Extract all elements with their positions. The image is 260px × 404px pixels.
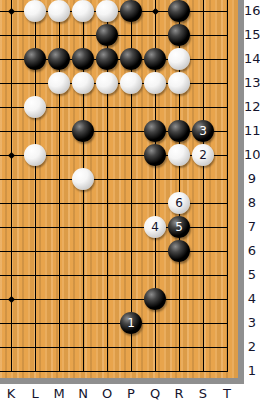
column-label: K xyxy=(0,385,22,403)
board-intersection[interactable] xyxy=(144,360,168,384)
black-stone xyxy=(168,24,190,46)
board-intersection[interactable] xyxy=(216,240,240,264)
board-intersection[interactable] xyxy=(192,240,216,264)
board-intersection[interactable] xyxy=(0,240,24,264)
white-stone xyxy=(24,144,46,166)
black-stone: 5 xyxy=(168,216,190,238)
board-intersection[interactable] xyxy=(0,312,24,336)
row-label: 11 xyxy=(244,119,260,143)
board-intersection[interactable] xyxy=(192,336,216,360)
board-intersection[interactable] xyxy=(216,216,240,240)
black-stone xyxy=(144,120,166,142)
black-stone xyxy=(72,48,94,70)
board-intersection[interactable] xyxy=(72,360,96,384)
board-intersection[interactable] xyxy=(216,168,240,192)
board-intersection[interactable] xyxy=(0,72,24,96)
move-number-label: 3 xyxy=(199,120,207,142)
board-intersection[interactable] xyxy=(216,192,240,216)
board-intersection[interactable] xyxy=(96,192,120,216)
column-labels: KLMNOPQRST xyxy=(0,385,244,404)
board-intersection[interactable] xyxy=(192,288,216,312)
board-intersection[interactable] xyxy=(144,240,168,264)
white-stone xyxy=(48,0,70,22)
white-stone xyxy=(96,72,118,94)
board-intersection[interactable] xyxy=(24,312,48,336)
row-label: 1 xyxy=(244,359,260,383)
move-number-label: 1 xyxy=(127,312,135,334)
white-stone xyxy=(72,0,94,22)
board-intersection[interactable] xyxy=(24,288,48,312)
board-intersection[interactable] xyxy=(192,192,216,216)
board-intersection[interactable] xyxy=(48,96,72,120)
board-intersection[interactable] xyxy=(72,336,96,360)
column-label: P xyxy=(120,385,142,403)
board-intersection[interactable] xyxy=(120,24,144,48)
board-intersection[interactable] xyxy=(0,24,24,48)
white-stone xyxy=(48,72,70,94)
black-stone xyxy=(96,48,118,70)
white-stone: 2 xyxy=(192,144,214,166)
board-intersection[interactable] xyxy=(216,264,240,288)
board-intersection[interactable] xyxy=(120,168,144,192)
black-stone: 1 xyxy=(120,312,142,334)
board-intersection[interactable] xyxy=(24,192,48,216)
board-intersection[interactable] xyxy=(144,264,168,288)
board-intersection[interactable] xyxy=(216,312,240,336)
row-label: 13 xyxy=(244,71,260,95)
move-number-label: 6 xyxy=(175,192,183,214)
board-intersection[interactable] xyxy=(144,96,168,120)
board-intersection[interactable] xyxy=(216,336,240,360)
board-intersection[interactable] xyxy=(192,168,216,192)
row-labels: 16151413121110987654321 xyxy=(244,0,260,404)
black-stone xyxy=(144,288,166,310)
board-intersection[interactable] xyxy=(120,360,144,384)
board-intersection[interactable] xyxy=(120,192,144,216)
board-intersection[interactable] xyxy=(120,264,144,288)
white-stone xyxy=(144,72,166,94)
board-intersection[interactable] xyxy=(48,168,72,192)
board-intersection[interactable] xyxy=(96,264,120,288)
board-intersection[interactable] xyxy=(216,120,240,144)
white-stone xyxy=(24,0,46,22)
board-intersection[interactable] xyxy=(48,192,72,216)
white-stone xyxy=(96,0,118,22)
move-number-label: 5 xyxy=(175,216,183,238)
board-intersection[interactable] xyxy=(216,288,240,312)
board-intersection[interactable] xyxy=(120,144,144,168)
board-intersection[interactable] xyxy=(96,144,120,168)
board-intersection[interactable] xyxy=(96,240,120,264)
board-intersection[interactable] xyxy=(96,312,120,336)
white-stone xyxy=(168,72,190,94)
board-intersection[interactable] xyxy=(72,288,96,312)
go-board: 326451 xyxy=(0,0,244,384)
board-intersection[interactable] xyxy=(0,48,24,72)
board-intersection[interactable] xyxy=(168,312,192,336)
black-stone xyxy=(120,0,142,22)
row-label: 3 xyxy=(244,311,260,335)
white-stone xyxy=(168,48,190,70)
board-intersection[interactable] xyxy=(48,288,72,312)
row-label: 15 xyxy=(244,23,260,47)
row-label: 16 xyxy=(244,0,260,23)
board-intersection[interactable] xyxy=(144,336,168,360)
board-intersection[interactable] xyxy=(168,264,192,288)
board-intersection[interactable] xyxy=(192,312,216,336)
board-intersection[interactable] xyxy=(144,24,168,48)
black-stone xyxy=(48,48,70,70)
white-stone xyxy=(72,72,94,94)
board-intersection[interactable] xyxy=(168,288,192,312)
board-intersection[interactable] xyxy=(24,168,48,192)
board-intersection[interactable] xyxy=(24,264,48,288)
board-intersection[interactable] xyxy=(72,144,96,168)
board-intersection[interactable] xyxy=(168,336,192,360)
board-intersection[interactable] xyxy=(120,336,144,360)
board-intersection[interactable] xyxy=(120,96,144,120)
board-intersection[interactable] xyxy=(24,240,48,264)
board-intersection[interactable] xyxy=(0,192,24,216)
column-label: M xyxy=(48,385,70,403)
board-intersection[interactable] xyxy=(48,240,72,264)
row-label: 8 xyxy=(244,191,260,215)
move-number-label: 2 xyxy=(199,144,207,166)
black-stone xyxy=(168,0,190,22)
column-label: L xyxy=(24,385,46,403)
board-intersection[interactable] xyxy=(24,336,48,360)
board-intersection[interactable] xyxy=(96,216,120,240)
board-intersection[interactable] xyxy=(0,264,24,288)
board-intersection[interactable] xyxy=(216,0,240,24)
board-intersection[interactable] xyxy=(216,48,240,72)
board-intersection[interactable] xyxy=(144,312,168,336)
black-stone: 3 xyxy=(192,120,214,142)
board-intersection[interactable] xyxy=(48,264,72,288)
board-intersection[interactable] xyxy=(144,168,168,192)
white-stone xyxy=(168,144,190,166)
row-label: 2 xyxy=(244,335,260,359)
board-intersection[interactable] xyxy=(0,336,24,360)
board-intersection[interactable] xyxy=(96,360,120,384)
board-intersection[interactable] xyxy=(48,24,72,48)
board-intersection[interactable] xyxy=(0,120,24,144)
column-label: T xyxy=(216,385,238,403)
move-number-label: 4 xyxy=(151,216,159,238)
row-label: 10 xyxy=(244,143,260,167)
column-label: R xyxy=(168,385,190,403)
row-label: 5 xyxy=(244,263,260,287)
board-intersection[interactable] xyxy=(192,72,216,96)
board-intersection[interactable] xyxy=(168,168,192,192)
board-intersection[interactable] xyxy=(96,336,120,360)
board-intersection[interactable] xyxy=(0,216,24,240)
board-intersection[interactable] xyxy=(144,192,168,216)
board-intersection[interactable] xyxy=(192,0,216,24)
board-intersection[interactable] xyxy=(192,96,216,120)
board-intersection[interactable] xyxy=(216,24,240,48)
board-intersection[interactable] xyxy=(48,360,72,384)
black-stone xyxy=(144,144,166,166)
black-stone xyxy=(24,48,46,70)
board-intersection[interactable] xyxy=(96,96,120,120)
white-stone xyxy=(120,72,142,94)
board-intersection[interactable] xyxy=(216,360,240,384)
board-intersection[interactable] xyxy=(120,120,144,144)
column-label: O xyxy=(96,385,118,403)
board-intersection[interactable] xyxy=(120,288,144,312)
row-label: 6 xyxy=(244,239,260,263)
board-intersection[interactable] xyxy=(120,216,144,240)
board-intersection[interactable] xyxy=(168,96,192,120)
board-intersection[interactable] xyxy=(24,360,48,384)
board-intersection[interactable] xyxy=(48,216,72,240)
row-label: 14 xyxy=(244,47,260,71)
black-stone xyxy=(168,120,190,142)
board-intersection[interactable] xyxy=(24,120,48,144)
column-label: N xyxy=(72,385,94,403)
column-label: Q xyxy=(144,385,166,403)
board-intersection[interactable] xyxy=(96,120,120,144)
board-intersection[interactable] xyxy=(192,216,216,240)
black-stone xyxy=(144,48,166,70)
board-intersection[interactable] xyxy=(192,24,216,48)
white-stone: 6 xyxy=(168,192,190,214)
board-intersection[interactable] xyxy=(72,264,96,288)
board-intersection[interactable] xyxy=(72,192,96,216)
board-intersection[interactable] xyxy=(48,312,72,336)
row-label: 4 xyxy=(244,287,260,311)
board-intersection[interactable] xyxy=(120,240,144,264)
board-intersection[interactable] xyxy=(72,216,96,240)
board-intersection[interactable] xyxy=(216,72,240,96)
board-intersection[interactable] xyxy=(48,336,72,360)
board-intersection[interactable] xyxy=(192,264,216,288)
row-label: 9 xyxy=(244,167,260,191)
board-intersection[interactable] xyxy=(96,168,120,192)
black-stone xyxy=(96,24,118,46)
board-intersection[interactable] xyxy=(96,288,120,312)
white-stone: 4 xyxy=(144,216,166,238)
board-intersection[interactable] xyxy=(192,48,216,72)
white-stone xyxy=(24,96,46,118)
row-label: 12 xyxy=(244,95,260,119)
board-intersection[interactable] xyxy=(192,360,216,384)
board-intersection[interactable] xyxy=(24,72,48,96)
board-intersection[interactable] xyxy=(168,360,192,384)
board-intersection[interactable] xyxy=(24,216,48,240)
board-intersection[interactable] xyxy=(24,24,48,48)
board-intersection[interactable] xyxy=(72,24,96,48)
white-stone xyxy=(72,168,94,190)
black-stone xyxy=(120,48,142,70)
board-intersection[interactable] xyxy=(216,144,240,168)
board-intersection[interactable] xyxy=(72,312,96,336)
go-board-diagram: 326451 16151413121110987654321 KLMNOPQRS… xyxy=(0,0,260,404)
board-intersection[interactable] xyxy=(72,240,96,264)
board-intersection[interactable] xyxy=(0,360,24,384)
column-label: S xyxy=(192,385,214,403)
board-intersection[interactable] xyxy=(0,168,24,192)
black-stone xyxy=(168,240,190,262)
board-intersection[interactable] xyxy=(216,96,240,120)
black-stone xyxy=(72,120,94,142)
board-intersection[interactable] xyxy=(48,120,72,144)
row-label: 7 xyxy=(244,215,260,239)
board-intersection[interactable] xyxy=(0,96,24,120)
board-intersection[interactable] xyxy=(48,144,72,168)
board-intersection[interactable] xyxy=(72,96,96,120)
